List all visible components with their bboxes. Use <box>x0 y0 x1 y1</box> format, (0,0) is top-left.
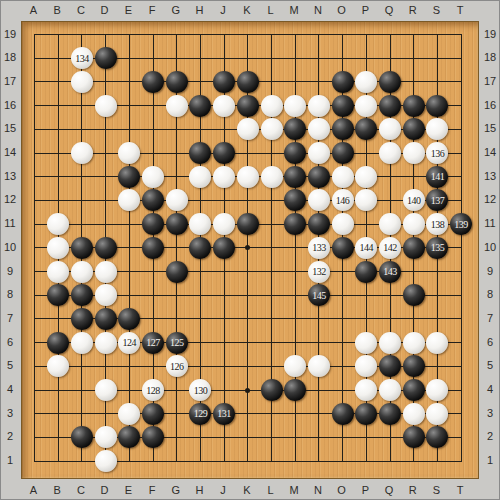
coordinate-top-Q: Q <box>385 5 394 16</box>
coordinate-top-L: L <box>267 5 273 16</box>
stone-O14[interactable] <box>332 142 354 164</box>
stone-B11[interactable] <box>47 213 69 235</box>
stone-B8[interactable] <box>47 284 69 306</box>
stone-C17[interactable] <box>71 71 93 93</box>
stone-Q17[interactable] <box>379 71 401 93</box>
coordinate-right-19: 19 <box>484 28 496 39</box>
stone-O12[interactable]: 146 <box>332 189 354 211</box>
stone-L13[interactable] <box>261 166 283 188</box>
coordinate-bottom-B: B <box>54 485 61 496</box>
stone-F3[interactable] <box>142 403 164 425</box>
stone-B5[interactable] <box>47 355 69 377</box>
stone-S11[interactable]: 138 <box>426 213 448 235</box>
stone-F4[interactable]: 128 <box>142 379 164 401</box>
stone-H14[interactable] <box>189 142 211 164</box>
stone-M14[interactable] <box>284 142 306 164</box>
stone-R14[interactable] <box>403 142 425 164</box>
coordinate-left-5: 5 <box>7 360 13 371</box>
stone-S2[interactable] <box>426 426 448 448</box>
stone-O13[interactable] <box>332 166 354 188</box>
go-board-screenshot: 1341361411461401371381391331441421351321… <box>0 0 500 500</box>
coordinate-right-10: 10 <box>484 241 496 252</box>
coordinate-bottom-C: C <box>77 485 85 496</box>
stone-B10[interactable] <box>47 237 69 259</box>
stone-D8[interactable] <box>95 284 117 306</box>
stone-H13[interactable] <box>189 166 211 188</box>
stone-K15[interactable] <box>237 118 259 140</box>
stone-E3[interactable] <box>118 403 140 425</box>
stone-E13[interactable] <box>118 166 140 188</box>
stone-F12[interactable] <box>142 189 164 211</box>
stone-K17[interactable] <box>237 71 259 93</box>
stone-L4[interactable] <box>261 379 283 401</box>
coordinate-right-6: 6 <box>487 336 493 347</box>
stone-J11[interactable] <box>213 213 235 235</box>
stone-J14[interactable] <box>213 142 235 164</box>
stone-R5[interactable] <box>403 355 425 377</box>
coordinate-right-13: 13 <box>484 170 496 181</box>
stone-S13[interactable]: 141 <box>426 166 448 188</box>
stone-D1[interactable] <box>95 450 117 472</box>
coordinate-right-4: 4 <box>487 384 493 395</box>
stone-H3[interactable]: 129 <box>189 403 211 425</box>
coordinate-left-13: 13 <box>4 170 16 181</box>
coordinate-bottom-Q: Q <box>385 485 394 496</box>
coordinate-left-1: 1 <box>7 455 13 466</box>
stone-P16[interactable] <box>355 95 377 117</box>
stone-E2[interactable] <box>118 426 140 448</box>
stone-J16[interactable] <box>213 95 235 117</box>
stone-F11[interactable] <box>142 213 164 235</box>
coordinate-bottom-N: N <box>314 485 322 496</box>
move-number-136: 136 <box>431 148 445 159</box>
move-number-137: 137 <box>431 195 445 206</box>
coordinate-top-D: D <box>101 5 109 16</box>
coordinate-bottom-T: T <box>457 485 464 496</box>
coordinate-left-9: 9 <box>7 265 13 276</box>
stone-C9[interactable] <box>71 261 93 283</box>
move-number-144: 144 <box>360 242 374 253</box>
stone-K11[interactable] <box>237 213 259 235</box>
coordinate-left-14: 14 <box>4 147 16 158</box>
stone-S15[interactable] <box>426 118 448 140</box>
coordinate-bottom-R: R <box>409 485 417 496</box>
move-number-140: 140 <box>407 195 421 206</box>
coordinate-left-8: 8 <box>7 289 13 300</box>
coordinate-top-A: A <box>30 5 37 16</box>
coordinate-left-12: 12 <box>4 194 16 205</box>
stone-Q11[interactable] <box>379 213 401 235</box>
coordinate-left-2: 2 <box>7 431 13 442</box>
stone-Q4[interactable] <box>379 379 401 401</box>
stone-R6[interactable] <box>403 332 425 354</box>
stone-E12[interactable] <box>118 189 140 211</box>
stone-G11[interactable] <box>166 213 188 235</box>
move-number-129: 129 <box>194 408 208 419</box>
coordinate-bottom-E: E <box>125 485 132 496</box>
coordinate-right-9: 9 <box>487 265 493 276</box>
move-number-145: 145 <box>312 290 326 301</box>
move-number-135: 135 <box>431 242 445 253</box>
coordinate-top-T: T <box>457 5 464 16</box>
stone-M13[interactable] <box>284 166 306 188</box>
coordinate-top-E: E <box>125 5 132 16</box>
coordinate-bottom-J: J <box>220 485 226 496</box>
coordinate-top-J: J <box>220 5 226 16</box>
stone-N10[interactable]: 133 <box>308 237 330 259</box>
stone-Q3[interactable] <box>379 403 401 425</box>
stone-O15[interactable] <box>332 118 354 140</box>
coordinate-right-1: 1 <box>487 455 493 466</box>
stone-G5[interactable]: 126 <box>166 355 188 377</box>
stone-P6[interactable] <box>355 332 377 354</box>
stone-D18[interactable] <box>95 47 117 69</box>
stone-P5[interactable] <box>355 355 377 377</box>
move-number-138: 138 <box>431 219 445 230</box>
move-number-130: 130 <box>194 385 208 396</box>
stone-L15[interactable] <box>261 118 283 140</box>
stone-C18[interactable]: 134 <box>71 47 93 69</box>
move-number-131: 131 <box>217 408 231 419</box>
stone-C2[interactable] <box>71 426 93 448</box>
stone-E6[interactable]: 124 <box>118 332 140 354</box>
stone-J3[interactable]: 131 <box>213 403 235 425</box>
coordinate-top-H: H <box>195 5 203 16</box>
stone-S6[interactable] <box>426 332 448 354</box>
coordinate-right-12: 12 <box>484 194 496 205</box>
stone-R11[interactable] <box>403 213 425 235</box>
stone-P9[interactable] <box>355 261 377 283</box>
stone-Q16[interactable] <box>379 95 401 117</box>
coordinate-left-15: 15 <box>4 123 16 134</box>
stone-N8[interactable]: 145 <box>308 284 330 306</box>
coordinate-left-10: 10 <box>4 241 16 252</box>
coordinate-right-17: 17 <box>484 75 496 86</box>
coordinate-left-16: 16 <box>4 99 16 110</box>
stone-R12[interactable]: 140 <box>403 189 425 211</box>
stone-L16[interactable] <box>261 95 283 117</box>
stone-M15[interactable] <box>284 118 306 140</box>
stone-B6[interactable] <box>47 332 69 354</box>
stone-N16[interactable] <box>308 95 330 117</box>
coordinate-bottom-G: G <box>171 485 180 496</box>
stone-G17[interactable] <box>166 71 188 93</box>
stone-N11[interactable] <box>308 213 330 235</box>
coordinate-left-17: 17 <box>4 75 16 86</box>
coordinate-bottom-M: M <box>290 485 299 496</box>
move-number-146: 146 <box>336 195 350 206</box>
move-number-132: 132 <box>312 266 326 277</box>
stone-N14[interactable] <box>308 142 330 164</box>
stone-G16[interactable] <box>166 95 188 117</box>
stone-R4[interactable] <box>403 379 425 401</box>
stone-Q9[interactable]: 143 <box>379 261 401 283</box>
stone-P13[interactable] <box>355 166 377 188</box>
move-number-126: 126 <box>170 361 184 372</box>
stone-F2[interactable] <box>142 426 164 448</box>
coordinate-top-B: B <box>54 5 61 16</box>
stone-N12[interactable] <box>308 189 330 211</box>
stone-G9[interactable] <box>166 261 188 283</box>
stone-M11[interactable] <box>284 213 306 235</box>
stone-Q6[interactable] <box>379 332 401 354</box>
stone-O10[interactable] <box>332 237 354 259</box>
stone-J10[interactable] <box>213 237 235 259</box>
stone-D2[interactable] <box>95 426 117 448</box>
stone-P4[interactable] <box>355 379 377 401</box>
stone-O17[interactable] <box>332 71 354 93</box>
stone-Q14[interactable] <box>379 142 401 164</box>
stone-K13[interactable] <box>237 166 259 188</box>
coordinate-top-M: M <box>290 5 299 16</box>
stone-E7[interactable] <box>118 308 140 330</box>
stone-P12[interactable] <box>355 189 377 211</box>
coordinate-right-7: 7 <box>487 312 493 323</box>
coordinate-top-P: P <box>362 5 369 16</box>
coordinate-left-6: 6 <box>7 336 13 347</box>
stone-N13[interactable] <box>308 166 330 188</box>
stone-P17[interactable] <box>355 71 377 93</box>
stone-N15[interactable] <box>308 118 330 140</box>
move-number-141: 141 <box>431 171 445 182</box>
stone-T11[interactable]: 139 <box>450 213 472 235</box>
stone-F17[interactable] <box>142 71 164 93</box>
stone-M5[interactable] <box>284 355 306 377</box>
stone-M4[interactable] <box>284 379 306 401</box>
stone-O11[interactable] <box>332 213 354 235</box>
stone-H16[interactable] <box>189 95 211 117</box>
coordinate-top-O: O <box>337 5 346 16</box>
stone-D10[interactable] <box>95 237 117 259</box>
stone-H11[interactable] <box>189 213 211 235</box>
stone-D7[interactable] <box>95 308 117 330</box>
stone-J17[interactable] <box>213 71 235 93</box>
goban[interactable]: 1341361411461401371381391331441421351321… <box>21 21 479 479</box>
coordinate-bottom-L: L <box>267 485 273 496</box>
stone-Q10[interactable]: 142 <box>379 237 401 259</box>
stone-K16[interactable] <box>237 95 259 117</box>
move-number-124: 124 <box>123 337 137 348</box>
coordinate-bottom-H: H <box>195 485 203 496</box>
stone-M12[interactable] <box>284 189 306 211</box>
coordinate-right-3: 3 <box>487 407 493 418</box>
coordinate-top-G: G <box>171 5 180 16</box>
coordinate-left-18: 18 <box>4 52 16 63</box>
move-number-125: 125 <box>170 337 184 348</box>
coordinate-top-S: S <box>433 5 440 16</box>
stone-C10[interactable] <box>71 237 93 259</box>
stone-C8[interactable] <box>71 284 93 306</box>
stone-C7[interactable] <box>71 308 93 330</box>
stone-D6[interactable] <box>95 332 117 354</box>
coordinate-right-11: 11 <box>484 218 495 229</box>
coordinate-right-18: 18 <box>484 52 496 63</box>
move-number-142: 142 <box>383 242 397 253</box>
stone-S14[interactable]: 136 <box>426 142 448 164</box>
stone-J13[interactable] <box>213 166 235 188</box>
move-number-127: 127 <box>146 337 160 348</box>
star-point <box>245 245 250 250</box>
move-number-128: 128 <box>146 385 160 396</box>
coordinate-bottom-A: A <box>30 485 37 496</box>
coordinate-left-3: 3 <box>7 407 13 418</box>
stone-P3[interactable] <box>355 403 377 425</box>
star-point <box>245 388 250 393</box>
coordinate-left-11: 11 <box>4 218 15 229</box>
coordinate-left-19: 19 <box>4 28 16 39</box>
stone-O3[interactable] <box>332 403 354 425</box>
coordinate-top-K: K <box>243 5 250 16</box>
stone-R15[interactable] <box>403 118 425 140</box>
stone-C14[interactable] <box>71 142 93 164</box>
coordinate-left-4: 4 <box>7 384 13 395</box>
stone-R10[interactable] <box>403 237 425 259</box>
coordinate-top-F: F <box>149 5 156 16</box>
stone-R8[interactable] <box>403 284 425 306</box>
move-number-143: 143 <box>383 266 397 277</box>
coordinate-bottom-S: S <box>433 485 440 496</box>
stone-R3[interactable] <box>403 403 425 425</box>
stone-S10[interactable]: 135 <box>426 237 448 259</box>
coordinate-left-7: 7 <box>7 312 13 323</box>
move-number-139: 139 <box>454 219 468 230</box>
stone-S12[interactable]: 137 <box>426 189 448 211</box>
stone-S4[interactable] <box>426 379 448 401</box>
stone-G6[interactable]: 125 <box>166 332 188 354</box>
coordinate-bottom-D: D <box>101 485 109 496</box>
coordinate-right-15: 15 <box>484 123 496 134</box>
stone-D4[interactable] <box>95 379 117 401</box>
stone-F6[interactable]: 127 <box>142 332 164 354</box>
grid-line-vertical <box>461 34 462 462</box>
coordinate-right-14: 14 <box>484 147 496 158</box>
coordinate-right-5: 5 <box>487 360 493 371</box>
stone-D16[interactable] <box>95 95 117 117</box>
stone-F10[interactable] <box>142 237 164 259</box>
stone-M16[interactable] <box>284 95 306 117</box>
move-number-134: 134 <box>75 53 89 64</box>
stone-N9[interactable]: 132 <box>308 261 330 283</box>
stone-Q5[interactable] <box>379 355 401 377</box>
stone-R16[interactable] <box>403 95 425 117</box>
move-number-133: 133 <box>312 242 326 253</box>
coordinate-top-C: C <box>77 5 85 16</box>
stone-G12[interactable] <box>166 189 188 211</box>
coordinate-bottom-F: F <box>149 485 156 496</box>
coordinate-top-N: N <box>314 5 322 16</box>
stone-C6[interactable] <box>71 332 93 354</box>
stone-B9[interactable] <box>47 261 69 283</box>
stone-Q15[interactable] <box>379 118 401 140</box>
coordinate-right-8: 8 <box>487 289 493 300</box>
coordinate-top-R: R <box>409 5 417 16</box>
stone-H10[interactable] <box>189 237 211 259</box>
stone-S16[interactable] <box>426 95 448 117</box>
stone-E14[interactable] <box>118 142 140 164</box>
stone-P10[interactable]: 144 <box>355 237 377 259</box>
coordinate-right-2: 2 <box>487 431 493 442</box>
stone-P15[interactable] <box>355 118 377 140</box>
coordinate-bottom-O: O <box>337 485 346 496</box>
stone-O16[interactable] <box>332 95 354 117</box>
coordinate-bottom-K: K <box>243 485 250 496</box>
stone-N5[interactable] <box>308 355 330 377</box>
stone-S3[interactable] <box>426 403 448 425</box>
coordinate-right-16: 16 <box>484 99 496 110</box>
stone-D9[interactable] <box>95 261 117 283</box>
coordinate-bottom-P: P <box>362 485 369 496</box>
stone-F13[interactable] <box>142 166 164 188</box>
stone-R2[interactable] <box>403 426 425 448</box>
stone-H4[interactable]: 130 <box>189 379 211 401</box>
